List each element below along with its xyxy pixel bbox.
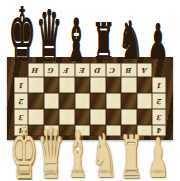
square-a2[interactable]	[137, 93, 153, 109]
black-queen[interactable]: ♛	[36, 0, 62, 58]
queen-piece-icon: ♛	[36, 2, 62, 73]
square-d2[interactable]	[90, 93, 106, 109]
square-h2[interactable]	[28, 93, 44, 109]
rank-label-right-2: 2	[152, 93, 166, 109]
rank-label-left-2: 2	[14, 93, 28, 109]
coord-label: 1	[19, 82, 24, 89]
white-rook[interactable]: ♜	[118, 117, 144, 175]
rank-label-left-1: 1	[14, 77, 28, 93]
bishop-piece-icon: ♝	[64, 11, 88, 70]
square-g1[interactable]	[44, 77, 60, 93]
king-piece-icon: ♚	[9, 0, 36, 74]
square-f1[interactable]	[59, 77, 75, 93]
white-queen[interactable]: ♛	[38, 117, 64, 175]
square-b1[interactable]	[121, 77, 137, 93]
white-king[interactable]: ♚	[11, 117, 37, 175]
knight-piece-icon: ♞	[91, 127, 117, 181]
black-pieces-row: ♚♛♝♜♞♟	[9, 0, 171, 58]
coord-label: 2	[19, 98, 24, 105]
white-pieces-row: ♚♛♝♞♜♟	[11, 117, 171, 175]
square-a1[interactable]	[137, 77, 153, 93]
black-pawn[interactable]: ♟	[145, 0, 171, 58]
knight-piece-icon: ♞	[118, 15, 143, 68]
bishop-piece-icon: ♝	[65, 124, 90, 180]
square-h1[interactable]	[28, 77, 44, 93]
square-e2[interactable]	[75, 93, 91, 109]
white-bishop[interactable]: ♝	[65, 117, 91, 175]
coord-label: 2	[157, 98, 162, 105]
queen-piece-icon: ♛	[37, 119, 64, 180]
black-bishop[interactable]: ♝	[63, 0, 89, 58]
square-f2[interactable]	[59, 93, 75, 109]
square-b2[interactable]	[121, 93, 137, 109]
rook-piece-icon: ♜	[119, 128, 143, 180]
rank-label-right-1: 1	[152, 77, 166, 93]
chess-set-photo: ♚♛♝♜♞♟ HGFEDCBA11223344 ♚♛♝♞♜♟	[0, 0, 180, 180]
black-rook[interactable]: ♜	[91, 0, 117, 58]
white-pawn[interactable]: ♟	[145, 117, 171, 175]
square-e1[interactable]	[75, 77, 91, 93]
square-c1[interactable]	[106, 77, 122, 93]
square-g2[interactable]	[44, 93, 60, 109]
pawn-piece-icon: ♟	[147, 131, 169, 180]
black-knight[interactable]: ♞	[118, 0, 144, 58]
king-piece-icon: ♚	[10, 117, 38, 180]
rook-piece-icon: ♜	[92, 16, 115, 68]
square-c2[interactable]	[106, 93, 122, 109]
white-knight[interactable]: ♞	[91, 117, 117, 175]
pawn-piece-icon: ♟	[148, 18, 169, 67]
coord-label: 1	[157, 82, 162, 89]
black-king[interactable]: ♚	[9, 0, 35, 58]
square-d1[interactable]	[90, 77, 106, 93]
